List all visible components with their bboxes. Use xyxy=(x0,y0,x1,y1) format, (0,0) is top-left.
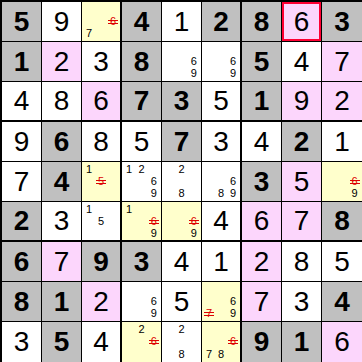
candidate-slot xyxy=(107,175,119,187)
candidate-slot xyxy=(175,43,187,55)
candidate-slot xyxy=(123,227,135,239)
candidate-1: 1 xyxy=(123,203,135,215)
cell-r8c4[interactable]: 69 xyxy=(122,282,162,322)
candidate-1: 1 xyxy=(83,163,95,175)
candidate-slot xyxy=(123,283,135,295)
given-digit: 3 xyxy=(254,168,270,196)
solved-digit: 3 xyxy=(14,328,30,356)
cell-r1c4[interactable]: 4 xyxy=(122,2,162,42)
cell-r4c5[interactable]: 7 xyxy=(162,122,202,162)
solved-digit: 3 xyxy=(294,288,310,316)
candidate-9: 9 xyxy=(148,188,160,200)
candidate-digit: 6 xyxy=(230,336,236,347)
candidate-9: 9 xyxy=(227,308,239,320)
candidate-digit: 6 xyxy=(151,176,157,187)
given-digit: 9 xyxy=(93,248,109,276)
cell-r7c9[interactable]: 5 xyxy=(322,242,362,282)
cell-r2c7[interactable]: 5 xyxy=(242,42,282,82)
cell-r6c6[interactable]: 4 xyxy=(202,202,242,242)
candidate-slot xyxy=(107,203,119,215)
cell-r2c3[interactable]: 3 xyxy=(82,42,122,82)
candidate-slot xyxy=(215,68,227,80)
cell-r8c2[interactable]: 1 xyxy=(42,282,82,322)
cell-r5c9[interactable]: 69 xyxy=(322,162,362,202)
candidate-6-excluded: 6 xyxy=(148,215,160,227)
candidate-digit: 6 xyxy=(151,336,157,347)
cell-r8c3[interactable]: 2 xyxy=(82,282,122,322)
candidate-7-excluded: 7 xyxy=(203,308,215,320)
candidate-6-excluded: 6 xyxy=(348,175,361,187)
cell-r2c9[interactable]: 7 xyxy=(322,42,362,82)
candidate-digit: 1 xyxy=(86,204,92,215)
candidate-slot xyxy=(83,188,95,200)
cell-r5c3[interactable]: 15 xyxy=(82,162,122,202)
cell-r8c8[interactable]: 3 xyxy=(282,282,322,322)
candidate-6: 6 xyxy=(227,55,239,67)
candidate-grid: 69 xyxy=(162,202,201,240)
solved-digit: 6 xyxy=(254,207,270,235)
candidate-grid: 67 xyxy=(82,2,120,41)
cell-r9c5[interactable]: 28 xyxy=(162,322,202,362)
cell-r9c3[interactable]: 4 xyxy=(82,322,122,362)
candidate-slot xyxy=(215,43,227,55)
cell-r1c6[interactable]: 2 xyxy=(202,2,242,42)
cell-r6c9[interactable]: 8 xyxy=(322,202,362,242)
cell-r1c3[interactable]: 67 xyxy=(82,2,122,42)
candidate-2: 2 xyxy=(135,163,147,175)
candidate-grid: 689 xyxy=(202,162,240,201)
candidate-slot xyxy=(203,323,215,336)
candidate-slot xyxy=(163,227,175,239)
cell-r1c2[interactable]: 9 xyxy=(42,2,82,42)
cell-r2c5[interactable]: 69 xyxy=(162,42,202,82)
cell-r3c2[interactable]: 8 xyxy=(42,82,82,122)
candidate-digit: 9 xyxy=(191,68,197,79)
solved-digit: 3 xyxy=(213,128,229,156)
cell-r4c3[interactable]: 8 xyxy=(82,122,122,162)
cell-r2c4[interactable]: 8 xyxy=(122,42,162,82)
given-digit: 2 xyxy=(213,8,229,36)
solved-digit: 9 xyxy=(14,128,30,156)
candidate-digit: 6 xyxy=(191,216,197,227)
candidate-slot xyxy=(163,336,175,349)
candidate-2: 2 xyxy=(175,323,187,336)
solved-digit: 4 xyxy=(174,248,190,276)
candidate-slot xyxy=(203,336,215,349)
candidate-9: 9 xyxy=(148,227,160,239)
candidate-slot xyxy=(203,295,215,307)
given-digit: 4 xyxy=(54,168,70,196)
cell-r7c2[interactable]: 7 xyxy=(42,242,82,282)
cell-r7c5[interactable]: 4 xyxy=(162,242,202,282)
cell-r3c7[interactable]: 1 xyxy=(242,82,282,122)
given-digit: 4 xyxy=(334,288,350,316)
candidate-slot xyxy=(323,163,336,175)
candidate-digit: 6 xyxy=(151,296,157,307)
cell-r6c8[interactable]: 7 xyxy=(282,202,322,242)
candidate-digit: 8 xyxy=(218,188,224,199)
candidate-slot xyxy=(203,175,215,187)
candidate-slot xyxy=(188,348,200,361)
candidate-slot xyxy=(175,55,187,67)
candidate-slot xyxy=(348,163,361,175)
candidate-slot xyxy=(83,175,95,187)
candidate-slot xyxy=(107,227,119,239)
solved-digit: 3 xyxy=(93,48,109,76)
given-digit: 1 xyxy=(294,328,310,356)
solved-digit: 2 xyxy=(54,48,70,76)
cell-r7c4[interactable]: 3 xyxy=(122,242,162,282)
candidate-slot xyxy=(336,188,349,200)
solved-digit: 7 xyxy=(254,288,270,316)
cell-r9c6[interactable]: 678 xyxy=(202,322,242,362)
cell-r4c7[interactable]: 4 xyxy=(242,122,282,162)
candidate-slot xyxy=(123,336,135,349)
candidate-grid: 69 xyxy=(202,42,240,81)
solved-digit: 4 xyxy=(213,207,229,235)
candidate-slot xyxy=(175,215,187,227)
candidate-slot xyxy=(175,336,187,349)
cell-r6c7[interactable]: 6 xyxy=(242,202,282,242)
candidate-slot xyxy=(227,43,239,55)
candidate-6-excluded: 6 xyxy=(188,215,200,227)
cell-r9c9[interactable]: 6 xyxy=(322,322,362,362)
given-digit: 8 xyxy=(14,288,30,316)
given-digit: 6 xyxy=(54,128,70,156)
cell-r8c9[interactable]: 4 xyxy=(322,282,362,322)
candidate-digit: 1 xyxy=(86,164,92,175)
candidate-slot xyxy=(123,348,135,361)
candidate-slot xyxy=(135,175,147,187)
solved-digit: 8 xyxy=(93,128,109,156)
candidate-slot xyxy=(188,175,200,187)
candidate-slot xyxy=(123,295,135,307)
candidate-7: 7 xyxy=(83,28,95,40)
candidate-9: 9 xyxy=(227,188,239,200)
candidate-slot xyxy=(175,68,187,80)
cell-r9c7[interactable]: 9 xyxy=(242,322,282,362)
candidate-slot xyxy=(95,203,107,215)
candidate-digit: 7 xyxy=(206,349,212,360)
cell-r3c5[interactable]: 3 xyxy=(162,82,202,122)
solved-digit: 5 xyxy=(294,168,310,196)
cell-r1c9[interactable]: 3 xyxy=(322,2,362,42)
candidate-grid: 679 xyxy=(202,282,240,321)
solved-digit: 1 xyxy=(213,248,229,276)
cell-r5c5[interactable]: 28 xyxy=(162,162,202,202)
candidate-slot xyxy=(95,163,107,175)
candidate-9: 9 xyxy=(227,68,239,80)
cell-r3c8[interactable]: 9 xyxy=(282,82,322,122)
candidate-slot xyxy=(123,215,135,227)
cell-r5c4[interactable]: 1269 xyxy=(122,162,162,202)
solved-digit: 8 xyxy=(54,87,70,115)
cell-r9c4[interactable]: 26 xyxy=(122,322,162,362)
candidate-9: 9 xyxy=(348,188,361,200)
solved-digit: 1 xyxy=(334,128,350,156)
candidate-6: 6 xyxy=(148,175,160,187)
candidate-digit: 6 xyxy=(230,56,236,67)
candidate-grid: 28 xyxy=(162,322,201,362)
candidate-slot xyxy=(163,323,175,336)
candidate-slot xyxy=(215,163,227,175)
cell-r1c7[interactable]: 8 xyxy=(242,2,282,42)
candidate-digit: 9 xyxy=(151,188,157,199)
candidate-slot xyxy=(323,175,336,187)
solved-digit: 6 xyxy=(334,328,350,356)
candidate-slot xyxy=(163,348,175,361)
solved-digit: 7 xyxy=(14,168,30,196)
candidate-slot xyxy=(123,188,135,200)
cell-r3c1[interactable]: 4 xyxy=(2,82,42,122)
candidate-grid: 69 xyxy=(122,282,161,321)
candidate-digit: 6 xyxy=(110,16,116,27)
candidate-slot xyxy=(215,308,227,320)
solved-digit: 7 xyxy=(294,207,310,235)
candidate-grid: 15 xyxy=(82,162,120,201)
candidate-slot xyxy=(83,215,95,227)
candidate-slot xyxy=(163,188,175,200)
candidate-6: 6 xyxy=(227,295,239,307)
given-digit: 5 xyxy=(254,48,270,76)
candidate-digit: 1 xyxy=(126,204,132,215)
candidate-slot xyxy=(215,323,227,336)
candidate-8: 8 xyxy=(175,348,187,361)
cell-r5c8[interactable]: 5 xyxy=(282,162,322,202)
candidate-slot xyxy=(188,188,200,200)
cell-r8c6[interactable]: 679 xyxy=(202,282,242,322)
candidate-digit: 5 xyxy=(98,176,104,187)
candidate-slot xyxy=(95,227,107,239)
cell-r2c8[interactable]: 4 xyxy=(282,42,322,82)
cell-r8c7[interactable]: 7 xyxy=(242,282,282,322)
solved-digit: 4 xyxy=(254,128,270,156)
candidate-slot xyxy=(336,175,349,187)
candidate-slot xyxy=(188,43,200,55)
candidate-slot xyxy=(163,175,175,187)
cell-r2c6[interactable]: 69 xyxy=(202,42,242,82)
cell-r9c1[interactable]: 3 xyxy=(2,322,42,362)
solved-digit: 4 xyxy=(14,87,30,115)
candidate-digit: 9 xyxy=(230,308,236,319)
candidate-slot xyxy=(95,188,107,200)
cell-r6c5[interactable]: 69 xyxy=(162,202,202,242)
cell-r6c2[interactable]: 3 xyxy=(42,202,82,242)
candidate-7: 7 xyxy=(203,348,215,361)
given-digit: 9 xyxy=(254,328,270,356)
given-digit: 2 xyxy=(14,207,30,235)
candidate-8: 8 xyxy=(215,188,227,200)
solved-digit: 6 xyxy=(93,87,109,115)
candidate-grid: 69 xyxy=(322,162,362,201)
cell-r1c8-selected[interactable]: 6 xyxy=(282,2,322,42)
candidate-digit: 6 xyxy=(191,56,197,67)
candidate-slot xyxy=(107,215,119,227)
candidate-slot xyxy=(215,283,227,295)
candidate-grid: 1269 xyxy=(122,162,161,201)
candidate-grid: 15 xyxy=(82,202,120,240)
candidate-digit: 6 xyxy=(352,176,358,187)
cell-r3c3[interactable]: 6 xyxy=(82,82,122,122)
candidate-slot xyxy=(203,283,215,295)
candidate-slot xyxy=(95,15,107,27)
candidate-slot xyxy=(227,283,239,295)
candidate-digit: 8 xyxy=(178,188,184,199)
candidate-slot xyxy=(95,28,107,40)
solved-digit: 7 xyxy=(334,48,350,76)
candidate-slot xyxy=(188,323,200,336)
candidate-slot xyxy=(227,323,239,336)
solved-digit: 4 xyxy=(93,328,109,356)
cell-r9c2[interactable]: 5 xyxy=(42,322,82,362)
given-digit: 7 xyxy=(174,128,190,156)
candidate-digit: 6 xyxy=(230,176,236,187)
solved-digit: 3 xyxy=(54,207,70,235)
cell-r5c7[interactable]: 3 xyxy=(242,162,282,202)
candidate-slot xyxy=(175,227,187,239)
candidate-slot xyxy=(203,55,215,67)
candidate-slot xyxy=(163,215,175,227)
cell-r5c1[interactable]: 7 xyxy=(2,162,42,202)
candidate-slot xyxy=(135,308,147,320)
candidate-digit: 8 xyxy=(178,349,184,360)
cell-r4c2[interactable]: 6 xyxy=(42,122,82,162)
candidate-slot xyxy=(203,68,215,80)
cell-r4c4[interactable]: 5 xyxy=(122,122,162,162)
candidate-grid: 169 xyxy=(122,202,161,240)
candidate-slot xyxy=(123,175,135,187)
cell-r8c5[interactable]: 5 xyxy=(162,282,202,322)
candidate-slot xyxy=(203,43,215,55)
candidate-slot xyxy=(215,295,227,307)
cell-r7c7[interactable]: 2 xyxy=(242,242,282,282)
cell-r7c1[interactable]: 6 xyxy=(2,242,42,282)
candidate-2: 2 xyxy=(175,163,187,175)
given-digit: 1 xyxy=(254,87,270,115)
candidate-digit: 9 xyxy=(191,228,197,239)
candidate-slot xyxy=(323,188,336,200)
candidate-digit: 7 xyxy=(206,308,212,319)
cell-r7c6[interactable]: 1 xyxy=(202,242,242,282)
candidate-slot xyxy=(163,163,175,175)
cell-r1c5[interactable]: 1 xyxy=(162,2,202,42)
cell-r8c1[interactable]: 8 xyxy=(2,282,42,322)
candidate-slot xyxy=(163,203,175,215)
candidate-slot xyxy=(135,203,147,215)
solved-digit: 5 xyxy=(213,87,229,115)
candidate-2: 2 xyxy=(135,323,147,336)
candidate-slot xyxy=(83,227,95,239)
candidate-grid: 69 xyxy=(162,42,201,81)
candidate-slot xyxy=(336,163,349,175)
candidate-digit: 5 xyxy=(98,216,104,227)
cell-r5c2[interactable]: 4 xyxy=(42,162,82,202)
cell-r7c3[interactable]: 9 xyxy=(82,242,122,282)
candidate-slot xyxy=(135,295,147,307)
given-digit: 1 xyxy=(54,288,70,316)
solved-digit: 6 xyxy=(294,8,310,36)
candidate-slot xyxy=(135,188,147,200)
cell-r2c1[interactable]: 1 xyxy=(2,42,42,82)
given-digit: 3 xyxy=(174,87,190,115)
candidate-digit: 6 xyxy=(151,216,157,227)
given-digit: 1 xyxy=(14,48,30,76)
solved-digit: 2 xyxy=(334,87,350,115)
candidate-slot xyxy=(107,188,119,200)
candidate-digit: 2 xyxy=(178,324,184,335)
given-digit: 4 xyxy=(134,8,150,36)
sudoku-board: 5967412863123869695474867351929685734217… xyxy=(0,0,362,362)
candidate-1: 1 xyxy=(123,163,135,175)
candidate-digit: 6 xyxy=(230,296,236,307)
candidate-9: 9 xyxy=(188,68,200,80)
solved-digit: 9 xyxy=(294,87,310,115)
cell-r3c6[interactable]: 5 xyxy=(202,82,242,122)
candidate-digit: 7 xyxy=(86,28,92,39)
solved-digit: 7 xyxy=(54,248,70,276)
cell-r7c8[interactable]: 8 xyxy=(282,242,322,282)
cell-r5c6[interactable]: 689 xyxy=(202,162,242,202)
candidate-digit: 9 xyxy=(151,228,157,239)
cell-r1c1[interactable]: 5 xyxy=(2,2,42,42)
candidate-slot xyxy=(123,308,135,320)
given-digit: 3 xyxy=(134,248,150,276)
candidate-slot xyxy=(135,227,147,239)
candidate-slot xyxy=(188,336,200,349)
solved-digit: 1 xyxy=(174,8,190,36)
given-digit: 6 xyxy=(14,248,30,276)
cell-r9c8[interactable]: 1 xyxy=(282,322,322,362)
candidate-6: 6 xyxy=(188,55,200,67)
candidate-slot xyxy=(227,348,239,361)
solved-digit: 9 xyxy=(54,8,70,36)
candidate-slot xyxy=(175,203,187,215)
cell-r6c1[interactable]: 2 xyxy=(2,202,42,242)
candidate-slot xyxy=(148,283,160,295)
given-digit: 2 xyxy=(294,128,310,156)
cell-r3c4[interactable]: 7 xyxy=(122,82,162,122)
candidate-digit: 9 xyxy=(352,188,358,199)
candidate-9: 9 xyxy=(148,308,160,320)
solved-digit: 8 xyxy=(294,248,310,276)
candidate-digit: 9 xyxy=(230,68,236,79)
candidate-6-excluded: 6 xyxy=(227,336,239,349)
cell-r4c9[interactable]: 1 xyxy=(322,122,362,162)
cell-r4c8[interactable]: 2 xyxy=(282,122,322,162)
cell-r6c3[interactable]: 15 xyxy=(82,202,122,242)
given-digit: 8 xyxy=(254,8,270,36)
candidate-slot xyxy=(188,203,200,215)
cell-r4c6[interactable]: 3 xyxy=(202,122,242,162)
candidate-slot xyxy=(83,3,95,15)
candidate-digit: 2 xyxy=(138,164,144,175)
candidate-slot xyxy=(135,215,147,227)
cell-r4c1[interactable]: 9 xyxy=(2,122,42,162)
candidate-6-excluded: 6 xyxy=(148,336,160,349)
candidate-digit: 2 xyxy=(178,164,184,175)
cell-r2c2[interactable]: 2 xyxy=(42,42,82,82)
cell-r3c9[interactable]: 2 xyxy=(322,82,362,122)
cell-r6c4[interactable]: 169 xyxy=(122,202,162,242)
candidate-slot xyxy=(148,323,160,336)
candidate-digit: 1 xyxy=(126,164,132,175)
candidate-slot xyxy=(95,3,107,15)
candidate-slot xyxy=(135,336,147,349)
solved-digit: 5 xyxy=(134,128,150,156)
candidate-slot xyxy=(203,188,215,200)
given-digit: 3 xyxy=(334,8,350,36)
candidate-5: 5 xyxy=(95,215,107,227)
